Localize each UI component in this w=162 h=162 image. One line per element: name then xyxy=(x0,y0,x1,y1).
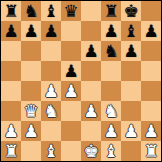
square-a5[interactable] xyxy=(1,61,21,81)
square-e6[interactable]: ♟ xyxy=(81,41,101,61)
square-a2[interactable]: ♟ xyxy=(1,121,21,141)
square-f2[interactable]: ♟ xyxy=(101,121,121,141)
piece-white-bishop[interactable]: ♝ xyxy=(101,141,121,161)
square-g5[interactable] xyxy=(121,61,141,81)
square-g6[interactable]: ♟ xyxy=(121,41,141,61)
piece-black-queen[interactable]: ♛ xyxy=(61,1,81,21)
square-c1[interactable]: ♝ xyxy=(41,141,61,161)
square-d1[interactable] xyxy=(61,141,81,161)
square-d5[interactable]: ♟ xyxy=(61,61,81,81)
square-g4[interactable] xyxy=(121,81,141,101)
piece-white-queen[interactable]: ♛ xyxy=(21,101,41,121)
square-a8[interactable]: ♜ xyxy=(1,1,21,21)
piece-black-pawn[interactable]: ♟ xyxy=(21,21,41,41)
square-h8[interactable] xyxy=(141,1,161,21)
square-h1[interactable]: ♜ xyxy=(141,141,161,161)
square-c3[interactable]: ♞ xyxy=(41,101,61,121)
square-e1[interactable]: ♚ xyxy=(81,141,101,161)
square-g7[interactable]: ♝ xyxy=(121,21,141,41)
piece-white-knight[interactable]: ♞ xyxy=(41,101,61,121)
square-b4[interactable] xyxy=(21,81,41,101)
square-d8[interactable]: ♛ xyxy=(61,1,81,21)
square-d4[interactable]: ♟ xyxy=(61,81,81,101)
piece-white-rook[interactable]: ♜ xyxy=(141,141,161,161)
square-d6[interactable] xyxy=(61,41,81,61)
square-c4[interactable]: ♟ xyxy=(41,81,61,101)
piece-white-pawn[interactable]: ♟ xyxy=(41,81,61,101)
square-b8[interactable]: ♞ xyxy=(21,1,41,21)
piece-black-pawn[interactable]: ♟ xyxy=(141,21,161,41)
piece-black-pawn[interactable]: ♟ xyxy=(81,41,101,61)
square-g1[interactable] xyxy=(121,141,141,161)
square-e7[interactable] xyxy=(81,21,101,41)
square-b7[interactable]: ♟ xyxy=(21,21,41,41)
square-g8[interactable]: ♚ xyxy=(121,1,141,21)
piece-white-knight[interactable]: ♞ xyxy=(101,101,121,121)
piece-white-pawn[interactable]: ♟ xyxy=(21,121,41,141)
square-h3[interactable] xyxy=(141,101,161,121)
chess-board: ♜♞♝♛♜♚♟♟♟♟♝♟♟♞♟♟♟♟♛♞♟♞♟♟♟♟♟♜♝♚♝♜ xyxy=(0,0,162,162)
piece-white-pawn[interactable]: ♟ xyxy=(101,121,121,141)
square-h7[interactable]: ♟ xyxy=(141,21,161,41)
piece-white-pawn[interactable]: ♟ xyxy=(61,81,81,101)
square-f7[interactable]: ♟ xyxy=(101,21,121,41)
piece-black-rook[interactable]: ♜ xyxy=(1,1,21,21)
piece-black-pawn[interactable]: ♟ xyxy=(1,21,21,41)
square-h2[interactable]: ♟ xyxy=(141,121,161,141)
square-c6[interactable] xyxy=(41,41,61,61)
piece-white-pawn[interactable]: ♟ xyxy=(81,101,101,121)
square-b1[interactable] xyxy=(21,141,41,161)
piece-black-pawn[interactable]: ♟ xyxy=(101,21,121,41)
square-f6[interactable]: ♞ xyxy=(101,41,121,61)
square-h6[interactable] xyxy=(141,41,161,61)
square-h4[interactable] xyxy=(141,81,161,101)
piece-white-pawn[interactable]: ♟ xyxy=(141,121,161,141)
square-f8[interactable]: ♜ xyxy=(101,1,121,21)
square-a7[interactable]: ♟ xyxy=(1,21,21,41)
square-a4[interactable] xyxy=(1,81,21,101)
square-a3[interactable] xyxy=(1,101,21,121)
square-a6[interactable] xyxy=(1,41,21,61)
square-b5[interactable] xyxy=(21,61,41,81)
square-e8[interactable] xyxy=(81,1,101,21)
square-g3[interactable] xyxy=(121,101,141,121)
square-b6[interactable] xyxy=(21,41,41,61)
square-e4[interactable] xyxy=(81,81,101,101)
piece-white-rook[interactable]: ♜ xyxy=(1,141,21,161)
square-c7[interactable]: ♟ xyxy=(41,21,61,41)
square-d7[interactable] xyxy=(61,21,81,41)
square-e5[interactable] xyxy=(81,61,101,81)
square-d3[interactable] xyxy=(61,101,81,121)
piece-black-bishop[interactable]: ♝ xyxy=(41,1,61,21)
square-g2[interactable]: ♟ xyxy=(121,121,141,141)
piece-white-bishop[interactable]: ♝ xyxy=(41,141,61,161)
square-a1[interactable]: ♜ xyxy=(1,141,21,161)
piece-white-pawn[interactable]: ♟ xyxy=(1,121,21,141)
piece-black-rook[interactable]: ♜ xyxy=(101,1,121,21)
square-e3[interactable]: ♟ xyxy=(81,101,101,121)
piece-black-king[interactable]: ♚ xyxy=(121,1,141,21)
piece-black-pawn[interactable]: ♟ xyxy=(41,21,61,41)
square-d2[interactable] xyxy=(61,121,81,141)
square-e2[interactable] xyxy=(81,121,101,141)
square-b3[interactable]: ♛ xyxy=(21,101,41,121)
piece-black-knight[interactable]: ♞ xyxy=(101,41,121,61)
square-f4[interactable] xyxy=(101,81,121,101)
square-b2[interactable]: ♟ xyxy=(21,121,41,141)
piece-black-pawn[interactable]: ♟ xyxy=(61,61,81,81)
piece-black-pawn[interactable]: ♟ xyxy=(121,41,141,61)
square-c8[interactable]: ♝ xyxy=(41,1,61,21)
piece-black-bishop[interactable]: ♝ xyxy=(121,21,141,41)
piece-white-pawn[interactable]: ♟ xyxy=(121,121,141,141)
square-c2[interactable] xyxy=(41,121,61,141)
square-f1[interactable]: ♝ xyxy=(101,141,121,161)
piece-white-king[interactable]: ♚ xyxy=(81,141,101,161)
square-f3[interactable]: ♞ xyxy=(101,101,121,121)
square-h5[interactable] xyxy=(141,61,161,81)
square-c5[interactable] xyxy=(41,61,61,81)
square-f5[interactable] xyxy=(101,61,121,81)
piece-black-knight[interactable]: ♞ xyxy=(21,1,41,21)
